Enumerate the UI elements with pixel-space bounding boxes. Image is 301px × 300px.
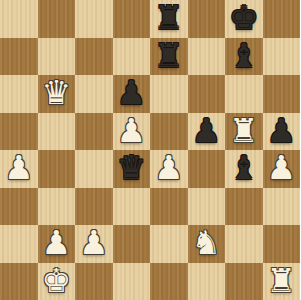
square-b4[interactable]	[38, 150, 76, 188]
square-b8[interactable]	[38, 0, 76, 38]
square-a4[interactable]: ♟	[0, 150, 38, 188]
square-b5[interactable]	[38, 113, 76, 151]
piece-white-rook[interactable]: ♜	[229, 114, 259, 147]
square-g6[interactable]	[225, 75, 263, 113]
square-f5[interactable]: ♟	[188, 113, 226, 151]
square-e2[interactable]	[150, 225, 188, 263]
square-e8[interactable]: ♜	[150, 0, 188, 38]
piece-white-king[interactable]: ♚	[41, 264, 71, 297]
piece-black-pawn[interactable]: ♟	[266, 114, 296, 147]
square-h3[interactable]	[263, 188, 301, 226]
piece-white-pawn[interactable]: ♟	[79, 226, 109, 259]
square-d2[interactable]	[113, 225, 151, 263]
square-a7[interactable]	[0, 38, 38, 76]
square-d4[interactable]: ♛	[113, 150, 151, 188]
piece-black-bishop[interactable]: ♝	[229, 151, 259, 184]
square-g8[interactable]: ♚	[225, 0, 263, 38]
square-g4[interactable]: ♝	[225, 150, 263, 188]
square-e3[interactable]	[150, 188, 188, 226]
square-h4[interactable]: ♟	[263, 150, 301, 188]
square-c4[interactable]	[75, 150, 113, 188]
square-a1[interactable]	[0, 263, 38, 300]
square-a2[interactable]	[0, 225, 38, 263]
square-c6[interactable]	[75, 75, 113, 113]
square-c8[interactable]	[75, 0, 113, 38]
square-d6[interactable]: ♟	[113, 75, 151, 113]
square-g7[interactable]: ♝	[225, 38, 263, 76]
piece-white-rook[interactable]: ♜	[266, 264, 296, 297]
square-f4[interactable]	[188, 150, 226, 188]
piece-white-knight[interactable]: ♞	[191, 226, 221, 259]
square-a8[interactable]	[0, 0, 38, 38]
square-e6[interactable]	[150, 75, 188, 113]
square-h8[interactable]	[263, 0, 301, 38]
square-b3[interactable]	[38, 188, 76, 226]
piece-white-pawn[interactable]: ♟	[4, 151, 34, 184]
square-c1[interactable]	[75, 263, 113, 300]
square-a3[interactable]	[0, 188, 38, 226]
square-f7[interactable]	[188, 38, 226, 76]
square-g5[interactable]: ♜	[225, 113, 263, 151]
square-g2[interactable]	[225, 225, 263, 263]
square-b6[interactable]: ♛	[38, 75, 76, 113]
piece-black-pawn[interactable]: ♟	[191, 114, 221, 147]
square-a5[interactable]	[0, 113, 38, 151]
square-b1[interactable]: ♚	[38, 263, 76, 300]
square-e7[interactable]: ♜	[150, 38, 188, 76]
square-d7[interactable]	[113, 38, 151, 76]
square-h2[interactable]	[263, 225, 301, 263]
piece-black-rook[interactable]: ♜	[154, 39, 184, 72]
square-f8[interactable]	[188, 0, 226, 38]
square-h1[interactable]: ♜	[263, 263, 301, 300]
square-f2[interactable]: ♞	[188, 225, 226, 263]
square-h6[interactable]	[263, 75, 301, 113]
square-h7[interactable]	[263, 38, 301, 76]
square-c3[interactable]	[75, 188, 113, 226]
piece-white-queen[interactable]: ♛	[41, 76, 71, 109]
square-g3[interactable]	[225, 188, 263, 226]
piece-black-pawn[interactable]: ♟	[116, 76, 146, 109]
square-f6[interactable]	[188, 75, 226, 113]
piece-black-queen[interactable]: ♛	[116, 151, 146, 184]
piece-white-pawn[interactable]: ♟	[266, 151, 296, 184]
square-d5[interactable]: ♟	[113, 113, 151, 151]
square-e1[interactable]	[150, 263, 188, 300]
piece-white-pawn[interactable]: ♟	[154, 151, 184, 184]
square-e5[interactable]	[150, 113, 188, 151]
square-b2[interactable]: ♟	[38, 225, 76, 263]
piece-white-pawn[interactable]: ♟	[41, 226, 71, 259]
piece-white-pawn[interactable]: ♟	[116, 114, 146, 147]
square-c7[interactable]	[75, 38, 113, 76]
piece-black-rook[interactable]: ♜	[154, 1, 184, 34]
square-b7[interactable]	[38, 38, 76, 76]
square-c5[interactable]	[75, 113, 113, 151]
square-d8[interactable]	[113, 0, 151, 38]
square-g1[interactable]	[225, 263, 263, 300]
square-c2[interactable]: ♟	[75, 225, 113, 263]
piece-black-bishop[interactable]: ♝	[229, 39, 259, 72]
square-a6[interactable]	[0, 75, 38, 113]
square-d3[interactable]	[113, 188, 151, 226]
square-f1[interactable]	[188, 263, 226, 300]
square-d1[interactable]	[113, 263, 151, 300]
square-f3[interactable]	[188, 188, 226, 226]
piece-black-king[interactable]: ♚	[229, 1, 259, 34]
square-h5[interactable]: ♟	[263, 113, 301, 151]
chess-board: ♜♚♜♝♛♟♟♟♜♟♟♛♟♝♟♟♟♞♚♜	[0, 0, 300, 300]
square-e4[interactable]: ♟	[150, 150, 188, 188]
